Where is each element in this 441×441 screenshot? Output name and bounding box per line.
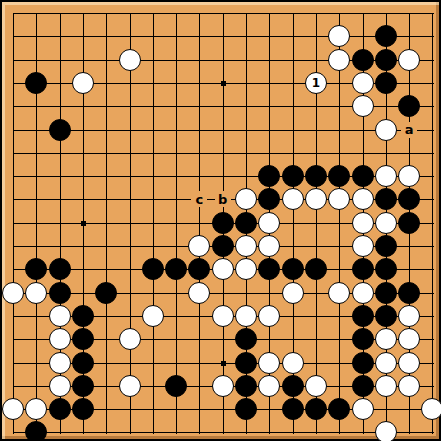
white-stone (119, 328, 141, 350)
black-stone (235, 375, 257, 397)
black-stone (235, 398, 257, 420)
black-stone (72, 328, 94, 350)
star-point (221, 81, 226, 86)
black-stone (305, 165, 327, 187)
white-stone (375, 212, 397, 234)
black-stone (212, 212, 234, 234)
black-stone (212, 235, 234, 257)
black-stone (142, 258, 164, 280)
white-stone (352, 398, 374, 420)
black-stone (352, 352, 374, 374)
black-stone (375, 282, 397, 304)
white-stone (352, 282, 374, 304)
white-stone (375, 119, 397, 141)
black-stone (352, 165, 374, 187)
white-stone (352, 95, 374, 117)
white-stone (119, 375, 141, 397)
black-stone (72, 352, 94, 374)
white-stone (49, 328, 71, 350)
black-stone (49, 398, 71, 420)
black-stone (282, 375, 304, 397)
go-board[interactable]: 1abc (0, 0, 441, 441)
black-stone (95, 282, 117, 304)
black-stone (282, 258, 304, 280)
white-stone (282, 282, 304, 304)
white-stone (398, 352, 420, 374)
black-stone (282, 165, 304, 187)
white-stone (119, 49, 141, 71)
white-stone (258, 352, 280, 374)
white-stone (352, 212, 374, 234)
white-stone (25, 282, 47, 304)
black-stone (282, 398, 304, 420)
white-stone (212, 375, 234, 397)
black-stone (49, 119, 71, 141)
white-stone (375, 375, 397, 397)
go-diagram: 1abc (0, 0, 441, 441)
black-stone (375, 25, 397, 47)
label-b: b (215, 191, 231, 207)
black-stone (375, 49, 397, 71)
label-a: a (401, 122, 417, 138)
label-c: c (191, 191, 207, 207)
white-stone (375, 421, 397, 441)
move-1-stone: 1 (305, 72, 327, 94)
white-stone (398, 305, 420, 327)
star-point (221, 361, 226, 366)
black-stone (49, 282, 71, 304)
white-stone (2, 398, 24, 420)
black-stone (72, 305, 94, 327)
white-stone (212, 305, 234, 327)
white-stone (49, 375, 71, 397)
black-stone (352, 305, 374, 327)
white-stone (375, 352, 397, 374)
white-stone (352, 188, 374, 210)
black-stone (352, 49, 374, 71)
white-stone (49, 305, 71, 327)
black-stone (49, 258, 71, 280)
white-stone (188, 282, 210, 304)
black-stone (72, 375, 94, 397)
black-stone (398, 282, 420, 304)
white-stone (142, 305, 164, 327)
white-stone (375, 328, 397, 350)
white-stone (212, 258, 234, 280)
white-stone (305, 375, 327, 397)
white-stone (282, 188, 304, 210)
white-stone (258, 375, 280, 397)
white-stone (2, 282, 24, 304)
black-stone (25, 421, 47, 441)
black-stone (375, 305, 397, 327)
black-stone (375, 72, 397, 94)
black-stone (352, 258, 374, 280)
black-stone (375, 258, 397, 280)
white-stone (258, 212, 280, 234)
white-stone (421, 398, 441, 420)
black-stone (235, 212, 257, 234)
white-stone (352, 235, 374, 257)
white-stone (398, 375, 420, 397)
black-stone (352, 375, 374, 397)
black-stone (165, 375, 187, 397)
white-stone (72, 72, 94, 94)
black-stone (305, 398, 327, 420)
white-stone (282, 352, 304, 374)
white-stone (375, 165, 397, 187)
white-stone (328, 49, 350, 71)
black-stone (352, 328, 374, 350)
white-stone (49, 352, 71, 374)
white-stone (352, 72, 374, 94)
black-stone (235, 352, 257, 374)
white-stone (235, 305, 257, 327)
star-point (81, 221, 86, 226)
black-stone (72, 398, 94, 420)
white-stone (328, 282, 350, 304)
black-stone (398, 212, 420, 234)
move-number-label: 1 (312, 77, 320, 89)
white-stone (235, 235, 257, 257)
white-stone (398, 49, 420, 71)
black-stone (375, 235, 397, 257)
